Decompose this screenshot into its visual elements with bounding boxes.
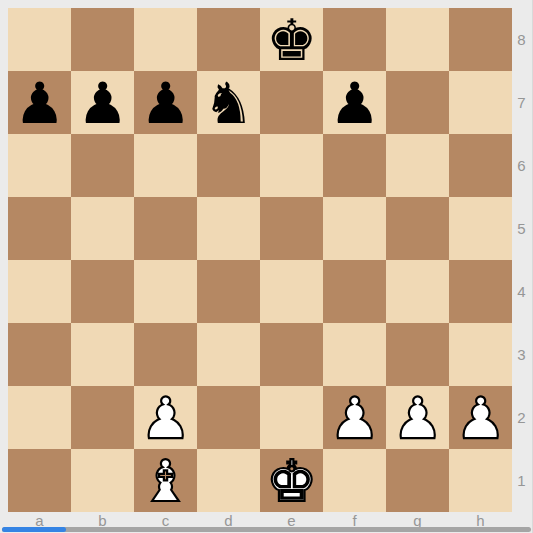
- rank-label-3: 3: [512, 323, 531, 386]
- file-label-b: b: [71, 512, 134, 528]
- file-label-d: d: [197, 512, 260, 528]
- piece-black-pawn[interactable]: ♟: [77, 75, 128, 132]
- square-h1[interactable]: [449, 449, 512, 512]
- file-label-a: a: [8, 512, 71, 528]
- square-c8[interactable]: [134, 8, 197, 71]
- file-label-e: e: [260, 512, 323, 528]
- square-e6[interactable]: [260, 134, 323, 197]
- file-coordinates: abcdefgh: [8, 512, 512, 528]
- square-g4[interactable]: [386, 260, 449, 323]
- horizontal-scrollbar-track[interactable]: [2, 527, 531, 532]
- square-a1[interactable]: [8, 449, 71, 512]
- piece-white-bishop[interactable]: ♝: [140, 453, 191, 510]
- square-g1[interactable]: [386, 449, 449, 512]
- square-e5[interactable]: [260, 197, 323, 260]
- square-h7[interactable]: [449, 71, 512, 134]
- square-d8[interactable]: [197, 8, 260, 71]
- square-d5[interactable]: [197, 197, 260, 260]
- square-a4[interactable]: [8, 260, 71, 323]
- square-g8[interactable]: [386, 8, 449, 71]
- square-b4[interactable]: [71, 260, 134, 323]
- square-c1[interactable]: ♝: [134, 449, 197, 512]
- piece-black-knight[interactable]: ♞: [203, 75, 254, 132]
- square-h6[interactable]: [449, 134, 512, 197]
- square-a2[interactable]: [8, 386, 71, 449]
- square-h8[interactable]: [449, 8, 512, 71]
- square-e7[interactable]: [260, 71, 323, 134]
- square-h3[interactable]: [449, 323, 512, 386]
- piece-black-pawn[interactable]: ♟: [14, 75, 65, 132]
- rank-label-6: 6: [512, 134, 531, 197]
- square-b7[interactable]: ♟: [71, 71, 134, 134]
- square-d7[interactable]: ♞: [197, 71, 260, 134]
- square-f5[interactable]: [323, 197, 386, 260]
- rank-label-5: 5: [512, 197, 531, 260]
- square-g2[interactable]: ♟: [386, 386, 449, 449]
- square-c3[interactable]: [134, 323, 197, 386]
- square-a5[interactable]: [8, 197, 71, 260]
- square-b8[interactable]: [71, 8, 134, 71]
- piece-black-king[interactable]: ♚: [266, 12, 317, 69]
- piece-white-pawn[interactable]: ♟: [329, 390, 380, 447]
- square-b3[interactable]: [71, 323, 134, 386]
- piece-white-pawn[interactable]: ♟: [392, 390, 443, 447]
- piece-white-pawn[interactable]: ♟: [140, 390, 191, 447]
- horizontal-scrollbar-thumb[interactable]: [2, 527, 66, 532]
- file-label-g: g: [386, 512, 449, 528]
- piece-black-pawn[interactable]: ♟: [329, 75, 380, 132]
- square-b6[interactable]: [71, 134, 134, 197]
- square-h5[interactable]: [449, 197, 512, 260]
- square-f1[interactable]: [323, 449, 386, 512]
- square-a8[interactable]: [8, 8, 71, 71]
- square-g3[interactable]: [386, 323, 449, 386]
- square-e4[interactable]: [260, 260, 323, 323]
- rank-label-4: 4: [512, 260, 531, 323]
- square-c7[interactable]: ♟: [134, 71, 197, 134]
- square-g7[interactable]: [386, 71, 449, 134]
- square-c2[interactable]: ♟: [134, 386, 197, 449]
- square-b1[interactable]: [71, 449, 134, 512]
- file-label-c: c: [134, 512, 197, 528]
- square-f3[interactable]: [323, 323, 386, 386]
- piece-black-pawn[interactable]: ♟: [140, 75, 191, 132]
- square-g5[interactable]: [386, 197, 449, 260]
- piece-white-king[interactable]: ♚: [266, 453, 317, 510]
- square-a7[interactable]: ♟: [8, 71, 71, 134]
- square-c6[interactable]: [134, 134, 197, 197]
- square-a6[interactable]: [8, 134, 71, 197]
- rank-label-7: 7: [512, 71, 531, 134]
- rank-label-8: 8: [512, 8, 531, 71]
- rank-coordinates: 87654321: [512, 8, 533, 512]
- piece-white-pawn[interactable]: ♟: [455, 390, 506, 447]
- square-f4[interactable]: [323, 260, 386, 323]
- square-d4[interactable]: [197, 260, 260, 323]
- square-b2[interactable]: [71, 386, 134, 449]
- rank-label-2: 2: [512, 386, 531, 449]
- square-c4[interactable]: [134, 260, 197, 323]
- square-c5[interactable]: [134, 197, 197, 260]
- square-g6[interactable]: [386, 134, 449, 197]
- square-e1[interactable]: ♚: [260, 449, 323, 512]
- square-h2[interactable]: ♟: [449, 386, 512, 449]
- square-a3[interactable]: [8, 323, 71, 386]
- chess-board: ♚♟♟♟♞♟♟♟♟♟♝♚: [8, 8, 512, 512]
- square-d6[interactable]: [197, 134, 260, 197]
- rank-label-1: 1: [512, 449, 531, 512]
- square-e8[interactable]: ♚: [260, 8, 323, 71]
- square-d3[interactable]: [197, 323, 260, 386]
- square-f7[interactable]: ♟: [323, 71, 386, 134]
- file-label-f: f: [323, 512, 386, 528]
- square-f6[interactable]: [323, 134, 386, 197]
- square-e3[interactable]: [260, 323, 323, 386]
- file-label-h: h: [449, 512, 512, 528]
- square-d1[interactable]: [197, 449, 260, 512]
- square-e2[interactable]: [260, 386, 323, 449]
- square-b5[interactable]: [71, 197, 134, 260]
- square-d2[interactable]: [197, 386, 260, 449]
- square-h4[interactable]: [449, 260, 512, 323]
- square-f2[interactable]: ♟: [323, 386, 386, 449]
- square-f8[interactable]: [323, 8, 386, 71]
